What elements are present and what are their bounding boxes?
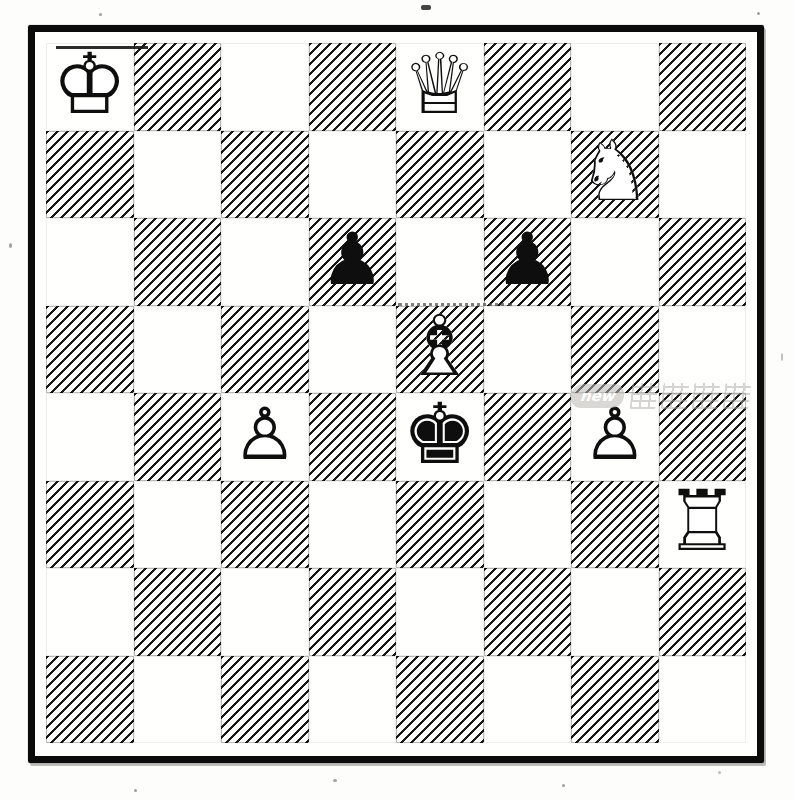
square-g8[interactable]: [571, 43, 659, 131]
square-g1[interactable]: [571, 656, 659, 744]
square-b2[interactable]: [134, 568, 222, 656]
square-f2[interactable]: [484, 568, 572, 656]
square-g2[interactable]: [571, 568, 659, 656]
square-b7[interactable]: [134, 131, 222, 219]
scan-artifact-dotted-smudge: [398, 303, 512, 306]
black-pawn[interactable]: ♟: [484, 218, 572, 306]
square-d8[interactable]: [309, 43, 397, 131]
square-f7[interactable]: [484, 131, 572, 219]
square-b8[interactable]: [134, 43, 222, 131]
square-h6[interactable]: [659, 218, 747, 306]
square-e7[interactable]: [396, 131, 484, 219]
white-rook[interactable]: ♜♖: [659, 481, 747, 569]
white-pawn[interactable]: ♟♙: [221, 393, 309, 481]
square-e3[interactable]: [396, 481, 484, 569]
scan-speck: [757, 12, 760, 15]
square-f5[interactable]: [484, 306, 572, 394]
square-h5[interactable]: [659, 306, 747, 394]
square-g6[interactable]: [571, 218, 659, 306]
square-d6[interactable]: ♟: [309, 218, 397, 306]
scan-speck: [562, 784, 565, 787]
square-b5[interactable]: [134, 306, 222, 394]
square-b6[interactable]: [134, 218, 222, 306]
square-c4[interactable]: ♟♙: [221, 393, 309, 481]
square-f1[interactable]: [484, 656, 572, 744]
square-b3[interactable]: [134, 481, 222, 569]
scan-speck: [333, 779, 337, 782]
square-d4[interactable]: [309, 393, 397, 481]
square-d2[interactable]: [309, 568, 397, 656]
black-king[interactable]: ♚: [396, 393, 484, 481]
scan-speck: [99, 13, 102, 16]
square-h8[interactable]: [659, 43, 747, 131]
black-pawn[interactable]: ♟: [309, 218, 397, 306]
square-h3[interactable]: ♜♖: [659, 481, 747, 569]
square-d7[interactable]: [309, 131, 397, 219]
square-f8[interactable]: [484, 43, 572, 131]
white-knight[interactable]: ♞♘: [571, 131, 659, 219]
square-c2[interactable]: [221, 568, 309, 656]
square-e2[interactable]: [396, 568, 484, 656]
square-c8[interactable]: [221, 43, 309, 131]
square-a1[interactable]: [46, 656, 134, 744]
white-queen[interactable]: ♛♕: [396, 43, 484, 131]
square-e4[interactable]: ♚: [396, 393, 484, 481]
square-c6[interactable]: [221, 218, 309, 306]
square-a7[interactable]: [46, 131, 134, 219]
square-b1[interactable]: [134, 656, 222, 744]
square-g7[interactable]: ♞♘: [571, 131, 659, 219]
square-a6[interactable]: [46, 218, 134, 306]
square-h1[interactable]: [659, 656, 747, 744]
scan-speck: [134, 789, 137, 792]
scan-speck: [9, 243, 12, 248]
square-h4[interactable]: [659, 393, 747, 481]
chess-board: ♚♔♛♕♞♘♟♟♝♗♟♙♚♟♙♜♖: [46, 43, 746, 743]
square-d3[interactable]: [309, 481, 397, 569]
square-c5[interactable]: [221, 306, 309, 394]
square-f3[interactable]: [484, 481, 572, 569]
square-c7[interactable]: [221, 131, 309, 219]
scan-artifact-line: [56, 46, 148, 49]
square-g3[interactable]: [571, 481, 659, 569]
square-a5[interactable]: [46, 306, 134, 394]
square-e6[interactable]: [396, 218, 484, 306]
square-b4[interactable]: [134, 393, 222, 481]
square-a3[interactable]: [46, 481, 134, 569]
scan-speck: [421, 5, 431, 10]
square-h7[interactable]: [659, 131, 747, 219]
square-f4[interactable]: [484, 393, 572, 481]
scan-speck: [781, 353, 783, 361]
scan-speck: [718, 771, 721, 774]
square-e5[interactable]: ♝♗: [396, 306, 484, 394]
square-f6[interactable]: ♟: [484, 218, 572, 306]
square-a8[interactable]: ♚♔: [46, 43, 134, 131]
square-a2[interactable]: [46, 568, 134, 656]
square-g5[interactable]: [571, 306, 659, 394]
square-e8[interactable]: ♛♕: [396, 43, 484, 131]
white-bishop[interactable]: ♝♗: [396, 306, 484, 394]
square-a4[interactable]: [46, 393, 134, 481]
square-g4[interactable]: ♟♙: [571, 393, 659, 481]
square-d5[interactable]: [309, 306, 397, 394]
square-c1[interactable]: [221, 656, 309, 744]
square-h2[interactable]: [659, 568, 747, 656]
square-d1[interactable]: [309, 656, 397, 744]
square-c3[interactable]: [221, 481, 309, 569]
white-king[interactable]: ♚♔: [46, 43, 134, 131]
square-e1[interactable]: [396, 656, 484, 744]
chess-board-frame: ♚♔♛♕♞♘♟♟♝♗♟♙♚♟♙♜♖: [28, 25, 764, 763]
white-pawn[interactable]: ♟♙: [571, 393, 659, 481]
